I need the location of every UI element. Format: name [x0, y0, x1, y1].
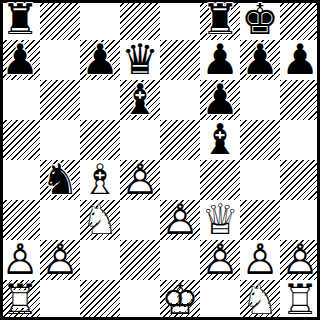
black-pawn: ♟ [200, 40, 240, 80]
square-h7[interactable]: ♟ [280, 40, 320, 80]
black-bishop: ♝ [120, 80, 160, 120]
black-pawn: ♟ [200, 80, 240, 120]
square-e8[interactable] [160, 0, 200, 40]
square-f6[interactable]: ♟ [200, 80, 240, 120]
white-rook: ♖ [280, 280, 320, 320]
square-f3[interactable]: ♛♕ [200, 200, 240, 240]
white-king: ♔ [160, 280, 200, 320]
square-f4[interactable] [200, 160, 240, 200]
square-f5[interactable]: ♝ [200, 120, 240, 160]
square-h8[interactable] [280, 0, 320, 40]
black-knight: ♞ [40, 160, 80, 200]
white-bishop: ♗ [80, 160, 120, 200]
white-pawn-fill: ♟ [240, 240, 280, 280]
square-a4[interactable] [0, 160, 40, 200]
square-c8[interactable] [80, 0, 120, 40]
square-c4[interactable]: ♝♗ [80, 160, 120, 200]
square-e2[interactable] [160, 240, 200, 280]
square-c1[interactable] [80, 280, 120, 320]
white-pawn: ♙ [0, 240, 40, 280]
square-f8[interactable]: ♜ [200, 0, 240, 40]
white-pawn: ♙ [200, 240, 240, 280]
square-e4[interactable] [160, 160, 200, 200]
square-e5[interactable] [160, 120, 200, 160]
white-rook-fill: ♜ [0, 280, 40, 320]
black-pawn: ♟ [0, 40, 40, 80]
square-d8[interactable] [120, 0, 160, 40]
square-a1[interactable]: ♜♖ [0, 280, 40, 320]
square-b5[interactable] [40, 120, 80, 160]
white-pawn: ♙ [280, 240, 320, 280]
square-e1[interactable]: ♚♔ [160, 280, 200, 320]
white-pawn-fill: ♟ [160, 200, 200, 240]
square-d6[interactable]: ♝ [120, 80, 160, 120]
white-bishop-fill: ♝ [80, 160, 120, 200]
white-rook-fill: ♜ [280, 280, 320, 320]
black-pawn: ♟ [280, 40, 320, 80]
white-knight-fill: ♞ [240, 280, 280, 320]
square-f1[interactable] [200, 280, 240, 320]
white-pawn: ♙ [40, 240, 80, 280]
white-pawn: ♙ [160, 200, 200, 240]
black-pawn: ♟ [80, 40, 120, 80]
square-b2[interactable]: ♟♙ [40, 240, 80, 280]
square-h5[interactable] [280, 120, 320, 160]
white-rook: ♖ [0, 280, 40, 320]
square-g8[interactable]: ♚ [240, 0, 280, 40]
square-a8[interactable]: ♜ [0, 0, 40, 40]
square-b7[interactable] [40, 40, 80, 80]
white-knight: ♘ [80, 200, 120, 240]
square-d7[interactable]: ♛ [120, 40, 160, 80]
square-g2[interactable]: ♟♙ [240, 240, 280, 280]
square-f2[interactable]: ♟♙ [200, 240, 240, 280]
white-queen: ♕ [200, 200, 240, 240]
square-a7[interactable]: ♟ [0, 40, 40, 80]
white-queen-fill: ♛ [200, 200, 240, 240]
square-d4[interactable]: ♟♙ [120, 160, 160, 200]
white-king-fill: ♚ [160, 280, 200, 320]
square-e3[interactable]: ♟♙ [160, 200, 200, 240]
chess-board: ♜♜♚♟♟♛♟♟♟♝♟♝♞♝♗♟♙♞♘♟♙♛♕♟♙♟♙♟♙♟♙♟♙♜♖♚♔♞♘♜… [0, 0, 320, 320]
square-c6[interactable] [80, 80, 120, 120]
square-a5[interactable] [0, 120, 40, 160]
square-g4[interactable] [240, 160, 280, 200]
white-knight: ♘ [240, 280, 280, 320]
white-pawn-fill: ♟ [0, 240, 40, 280]
square-h4[interactable] [280, 160, 320, 200]
white-pawn: ♙ [240, 240, 280, 280]
square-e6[interactable] [160, 80, 200, 120]
square-a2[interactable]: ♟♙ [0, 240, 40, 280]
black-rook: ♜ [0, 0, 40, 40]
white-pawn: ♙ [120, 160, 160, 200]
square-g1[interactable]: ♞♘ [240, 280, 280, 320]
square-f7[interactable]: ♟ [200, 40, 240, 80]
square-h6[interactable] [280, 80, 320, 120]
square-g5[interactable] [240, 120, 280, 160]
square-e7[interactable] [160, 40, 200, 80]
square-c2[interactable] [80, 240, 120, 280]
white-pawn-fill: ♟ [40, 240, 80, 280]
black-rook: ♜ [200, 0, 240, 40]
square-d3[interactable] [120, 200, 160, 240]
square-g6[interactable] [240, 80, 280, 120]
black-bishop: ♝ [200, 120, 240, 160]
white-pawn-fill: ♟ [280, 240, 320, 280]
square-a3[interactable] [0, 200, 40, 240]
square-d1[interactable] [120, 280, 160, 320]
square-c3[interactable]: ♞♘ [80, 200, 120, 240]
square-b1[interactable] [40, 280, 80, 320]
square-c5[interactable] [80, 120, 120, 160]
square-h3[interactable] [280, 200, 320, 240]
square-b6[interactable] [40, 80, 80, 120]
square-h2[interactable]: ♟♙ [280, 240, 320, 280]
black-king: ♚ [240, 0, 280, 40]
black-pawn: ♟ [240, 40, 280, 80]
square-g3[interactable] [240, 200, 280, 240]
square-d5[interactable] [120, 120, 160, 160]
square-b8[interactable] [40, 0, 80, 40]
black-queen: ♛ [120, 40, 160, 80]
square-a6[interactable] [0, 80, 40, 120]
square-d2[interactable] [120, 240, 160, 280]
square-b3[interactable] [40, 200, 80, 240]
square-c7[interactable]: ♟ [80, 40, 120, 80]
white-knight-fill: ♞ [80, 200, 120, 240]
square-b4[interactable]: ♞ [40, 160, 80, 200]
white-pawn-fill: ♟ [200, 240, 240, 280]
white-pawn-fill: ♟ [120, 160, 160, 200]
square-h1[interactable]: ♜♖ [280, 280, 320, 320]
square-g7[interactable]: ♟ [240, 40, 280, 80]
